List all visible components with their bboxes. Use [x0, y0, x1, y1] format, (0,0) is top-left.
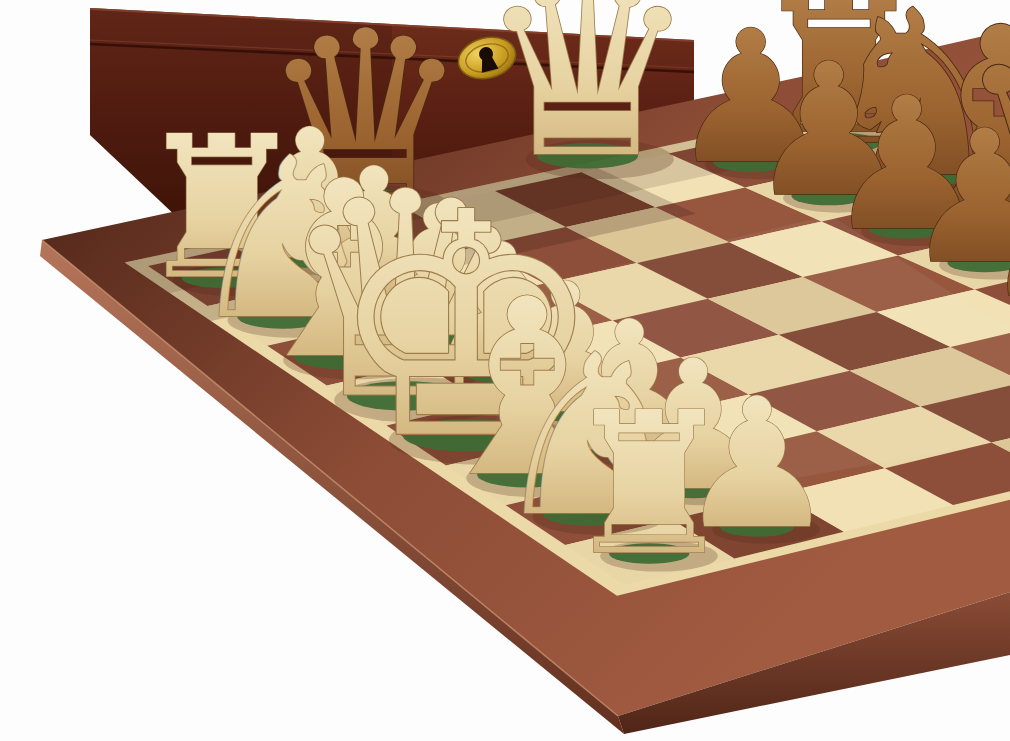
piece-white-rook-h1-glyph: ♜ [561, 370, 737, 598]
chess-set-photo: ♜♛♟♞♟♛♝♟♛♟♟♜♟♟♞♟♝♟♛♟♚♟♝♟♞♟♜ [0, 0, 1010, 741]
piece-black-pawn-e7-glyph: ♟ [981, 125, 1010, 338]
piece-black-pawn-e7: ♟ [981, 125, 1010, 338]
piece-white-rook-h1: ♜ [561, 370, 737, 598]
chess-scene: ♜♛♟♞♟♛♝♟♛♟♟♜♟♟♞♟♝♟♛♟♚♟♝♟♞♟♜ [0, 0, 1010, 741]
